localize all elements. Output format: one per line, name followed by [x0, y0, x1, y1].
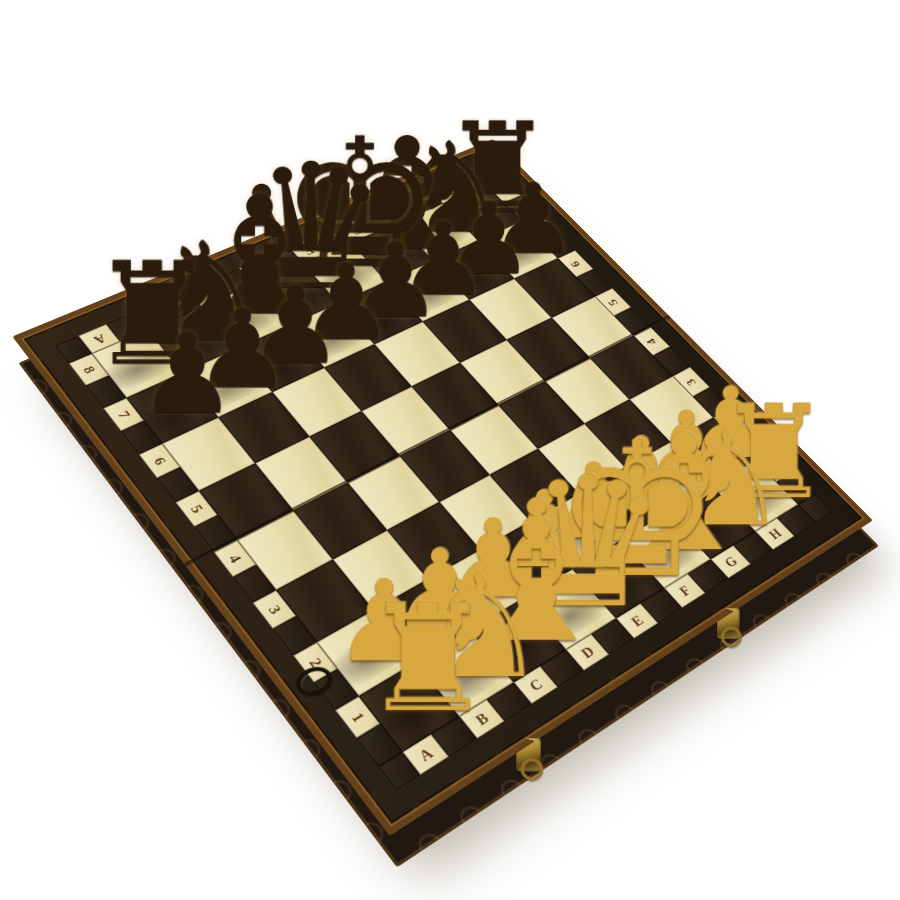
coordinate-label: 8: [497, 186, 511, 194]
white-rook-glyph: ♜: [361, 588, 494, 729]
chess-board: AA88BB77CC66DD55EE44FF33GG22HH11 ♜♞♝♛♚♝♞…: [12, 139, 873, 836]
coordinate-label: G: [394, 204, 410, 216]
brass-clasp-icon: [516, 738, 541, 772]
coordinate-label: F: [349, 224, 364, 236]
photo-stage: AA88BB77CC66DD55EE44FF33GG22HH11 ♜♞♝♛♚♝♞…: [0, 0, 900, 900]
black-pawn-glyph: ♟: [138, 322, 237, 427]
coordinate-label: H: [439, 186, 455, 198]
coordinate-label: 4: [645, 336, 660, 346]
coordinate-label: 3: [684, 377, 699, 387]
coordinate-label: 6: [569, 259, 583, 268]
coordinate-label: 5: [606, 297, 620, 306]
coordinate-label: E: [300, 244, 316, 256]
brass-clasp-icon: [717, 608, 740, 639]
coordinate-label: 7: [532, 222, 546, 231]
